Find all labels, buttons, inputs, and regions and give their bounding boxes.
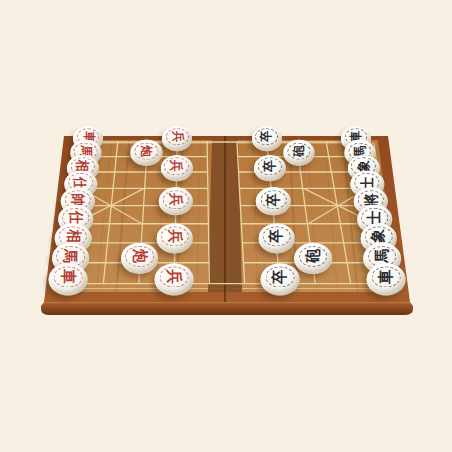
piece-face: 卒 bbox=[259, 189, 287, 210]
piece-red-soldier[interactable]: 兵 bbox=[160, 155, 192, 181]
piece-black-soldier[interactable]: 卒 bbox=[261, 263, 300, 295]
piece-red-cannon[interactable]: 炮 bbox=[121, 243, 159, 274]
piece-character: 卒 bbox=[266, 193, 280, 206]
pieces-layer: 車馬相仕帥仕相馬車炮炮兵兵兵兵兵卒卒卒卒卒砲砲車馬象士將士象馬車 bbox=[0, 0, 452, 452]
piece-black-soldier[interactable]: 卒 bbox=[258, 224, 295, 254]
piece-face: 兵 bbox=[160, 225, 190, 247]
piece-black-chariot[interactable]: 車 bbox=[367, 263, 406, 295]
piece-red-chariot[interactable]: 車 bbox=[49, 263, 88, 295]
piece-character: 車 bbox=[378, 270, 394, 284]
piece-character: 將 bbox=[364, 193, 378, 206]
piece-character: 士 bbox=[367, 211, 382, 224]
piece-character: 馬 bbox=[374, 249, 390, 263]
piece-face: 兵 bbox=[165, 128, 190, 146]
piece-black-cannon[interactable]: 砲 bbox=[283, 140, 314, 166]
piece-face: 卒 bbox=[262, 225, 292, 247]
piece-face: 炮 bbox=[124, 245, 155, 268]
piece-character: 卒 bbox=[260, 131, 273, 142]
piece-character: 仕 bbox=[68, 211, 83, 224]
piece-character: 卒 bbox=[269, 230, 284, 244]
piece-black-soldier[interactable]: 卒 bbox=[252, 126, 282, 151]
piece-red-soldier[interactable]: 兵 bbox=[162, 126, 192, 151]
piece-character: 象 bbox=[371, 230, 386, 244]
piece-red-soldier[interactable]: 兵 bbox=[155, 263, 194, 295]
piece-character: 卒 bbox=[263, 160, 277, 172]
piece-black-soldier[interactable]: 卒 bbox=[254, 155, 286, 181]
piece-character: 兵 bbox=[168, 193, 182, 206]
piece-character: 炮 bbox=[140, 145, 153, 156]
piece-face: 卒 bbox=[254, 128, 279, 146]
piece-character: 兵 bbox=[170, 160, 184, 172]
piece-character: 兵 bbox=[171, 131, 184, 142]
piece-character: 砲 bbox=[305, 249, 321, 263]
piece-character: 炮 bbox=[132, 249, 148, 263]
piece-black-cannon[interactable]: 砲 bbox=[294, 243, 332, 274]
piece-black-soldier[interactable]: 卒 bbox=[256, 187, 290, 215]
piece-character: 兵 bbox=[167, 230, 182, 244]
piece-character: 兵 bbox=[166, 270, 182, 284]
piece-face: 砲 bbox=[298, 245, 329, 268]
product-photo: 車馬相仕帥仕相馬車炮炮兵兵兵兵兵卒卒卒卒卒砲砲車馬象士將士象馬車 bbox=[0, 0, 452, 452]
piece-character: 砲 bbox=[292, 145, 305, 156]
piece-character: 卒 bbox=[272, 270, 288, 284]
piece-face: 兵 bbox=[162, 189, 190, 210]
piece-red-cannon[interactable]: 炮 bbox=[131, 140, 162, 166]
piece-character: 相 bbox=[65, 230, 80, 244]
piece-character: 車 bbox=[60, 270, 76, 284]
piece-character: 馬 bbox=[63, 249, 79, 263]
piece-red-soldier[interactable]: 兵 bbox=[157, 224, 194, 254]
piece-red-soldier[interactable]: 兵 bbox=[158, 187, 192, 215]
piece-character: 帥 bbox=[71, 193, 85, 206]
